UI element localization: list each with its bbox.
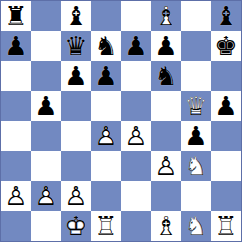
square-a2[interactable]: ♟♙ — [1, 181, 31, 211]
square-c1[interactable]: ♚♔ — [61, 211, 91, 241]
piece-black-pawn: ♟ — [151, 31, 181, 61]
square-h4[interactable] — [211, 121, 241, 151]
square-h1[interactable]: ♜♖ — [211, 211, 241, 241]
square-g7[interactable] — [181, 31, 211, 61]
square-d4[interactable]: ♟♙ — [91, 121, 121, 151]
square-f5[interactable] — [151, 91, 181, 121]
square-f7[interactable]: ♟ — [151, 31, 181, 61]
square-g1[interactable]: ♞♘ — [181, 211, 211, 241]
piece-black-pawn: ♟ — [31, 91, 61, 121]
square-c7[interactable]: ♛ — [61, 31, 91, 61]
square-b8[interactable] — [31, 1, 61, 31]
piece-white-queen: ♛♕ — [181, 91, 211, 121]
square-g4[interactable]: ♟ — [181, 121, 211, 151]
piece-outline-layer: ♙ — [91, 121, 121, 151]
square-c6[interactable]: ♟ — [61, 61, 91, 91]
square-f4[interactable] — [151, 121, 181, 151]
piece-black-bishop: ♝ — [211, 1, 241, 31]
piece-white-pawn: ♟♙ — [31, 181, 61, 211]
square-b6[interactable] — [31, 61, 61, 91]
piece-white-knight: ♞♘ — [181, 211, 211, 241]
piece-outline-layer: ♙ — [121, 121, 151, 151]
piece-outline-layer: ♙ — [31, 181, 61, 211]
square-c5[interactable] — [61, 91, 91, 121]
piece-white-pawn: ♟♙ — [121, 121, 151, 151]
square-e4[interactable]: ♟♙ — [121, 121, 151, 151]
square-e7[interactable]: ♟ — [121, 31, 151, 61]
square-c4[interactable] — [61, 121, 91, 151]
piece-black-pawn: ♟ — [121, 31, 151, 61]
piece-outline-layer: ♙ — [1, 181, 31, 211]
square-f8[interactable]: ♝♗ — [151, 1, 181, 31]
piece-black-knight: ♞ — [151, 61, 181, 91]
square-f1[interactable]: ♝♗ — [151, 211, 181, 241]
piece-white-king: ♚♔ — [61, 211, 91, 241]
piece-white-bishop: ♝♗ — [151, 1, 181, 31]
square-a5[interactable] — [1, 91, 31, 121]
square-e3[interactable] — [121, 151, 151, 181]
square-b2[interactable]: ♟♙ — [31, 181, 61, 211]
square-a3[interactable] — [1, 151, 31, 181]
square-a7[interactable]: ♟ — [1, 31, 31, 61]
piece-white-rook: ♜♖ — [211, 211, 241, 241]
square-b5[interactable]: ♟ — [31, 91, 61, 121]
chess-board: ♜♝♝♗♝♟♛♞♟♟♚♟♟♞♟♛♕♟♟♙♟♙♟♟♙♞♘♟♙♟♙♟♙♚♔♜♖♝♗♞… — [0, 0, 242, 242]
piece-black-pawn: ♟ — [1, 31, 31, 61]
square-h2[interactable] — [211, 181, 241, 211]
piece-black-pawn: ♟ — [181, 121, 211, 151]
square-d5[interactable] — [91, 91, 121, 121]
chess-board-container: ♜♝♝♗♝♟♛♞♟♟♚♟♟♞♟♛♕♟♟♙♟♙♟♟♙♞♘♟♙♟♙♟♙♚♔♜♖♝♗♞… — [0, 0, 242, 242]
square-d7[interactable]: ♞ — [91, 31, 121, 61]
square-f2[interactable] — [151, 181, 181, 211]
square-e1[interactable] — [121, 211, 151, 241]
piece-outline-layer: ♔ — [61, 211, 91, 241]
square-e8[interactable] — [121, 1, 151, 31]
piece-white-bishop: ♝♗ — [151, 211, 181, 241]
piece-outline-layer: ♗ — [151, 1, 181, 31]
square-b3[interactable] — [31, 151, 61, 181]
square-f6[interactable]: ♞ — [151, 61, 181, 91]
piece-outline-layer: ♘ — [181, 211, 211, 241]
square-c8[interactable]: ♝ — [61, 1, 91, 31]
piece-black-queen: ♛ — [61, 31, 91, 61]
piece-black-knight: ♞ — [91, 31, 121, 61]
square-g6[interactable] — [181, 61, 211, 91]
square-g8[interactable] — [181, 1, 211, 31]
piece-white-pawn: ♟♙ — [91, 121, 121, 151]
piece-black-pawn: ♟ — [211, 91, 241, 121]
piece-outline-layer: ♙ — [61, 181, 91, 211]
square-c3[interactable] — [61, 151, 91, 181]
piece-white-pawn: ♟♙ — [151, 151, 181, 181]
square-h7[interactable]: ♚ — [211, 31, 241, 61]
piece-white-pawn: ♟♙ — [1, 181, 31, 211]
square-b4[interactable] — [31, 121, 61, 151]
piece-black-pawn: ♟ — [91, 61, 121, 91]
square-d3[interactable] — [91, 151, 121, 181]
square-e2[interactable] — [121, 181, 151, 211]
piece-white-rook: ♜♖ — [91, 211, 121, 241]
square-g2[interactable] — [181, 181, 211, 211]
piece-outline-layer: ♖ — [211, 211, 241, 241]
square-h6[interactable] — [211, 61, 241, 91]
square-d8[interactable] — [91, 1, 121, 31]
piece-black-rook: ♜ — [1, 1, 31, 31]
square-d2[interactable] — [91, 181, 121, 211]
square-g5[interactable]: ♛♕ — [181, 91, 211, 121]
square-e5[interactable] — [121, 91, 151, 121]
piece-outline-layer: ♘ — [181, 151, 211, 181]
square-b7[interactable] — [31, 31, 61, 61]
piece-white-knight: ♞♘ — [181, 151, 211, 181]
square-a4[interactable] — [1, 121, 31, 151]
square-c2[interactable]: ♟♙ — [61, 181, 91, 211]
piece-outline-layer: ♗ — [151, 211, 181, 241]
square-f3[interactable]: ♟♙ — [151, 151, 181, 181]
square-h3[interactable] — [211, 151, 241, 181]
square-a8[interactable]: ♜ — [1, 1, 31, 31]
square-a6[interactable] — [1, 61, 31, 91]
piece-black-king: ♚ — [211, 31, 241, 61]
square-h5[interactable]: ♟ — [211, 91, 241, 121]
square-d6[interactable]: ♟ — [91, 61, 121, 91]
piece-white-pawn: ♟♙ — [61, 181, 91, 211]
square-d1[interactable]: ♜♖ — [91, 211, 121, 241]
piece-black-bishop: ♝ — [61, 1, 91, 31]
square-e6[interactable] — [121, 61, 151, 91]
square-b1[interactable] — [31, 211, 61, 241]
square-a1[interactable] — [1, 211, 31, 241]
piece-outline-layer: ♖ — [91, 211, 121, 241]
piece-outline-layer: ♙ — [151, 151, 181, 181]
square-h8[interactable]: ♝ — [211, 1, 241, 31]
piece-outline-layer: ♕ — [181, 91, 211, 121]
square-g3[interactable]: ♞♘ — [181, 151, 211, 181]
piece-black-pawn: ♟ — [61, 61, 91, 91]
